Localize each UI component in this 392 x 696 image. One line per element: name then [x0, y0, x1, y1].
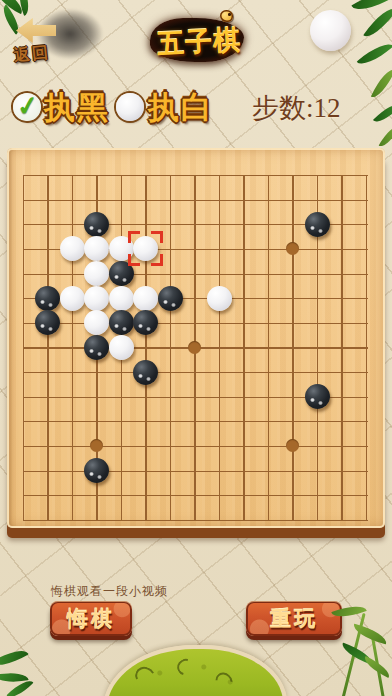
stone-black	[305, 384, 330, 409]
stone-black	[133, 310, 158, 335]
stone-white	[207, 286, 232, 311]
bamboo-icon	[371, 66, 392, 101]
replay-button-label: 重玩	[270, 605, 318, 633]
stone-white	[133, 286, 158, 311]
stone-white	[109, 335, 134, 360]
step-counter-value: 12	[314, 93, 341, 123]
decorative-white-stone	[310, 10, 351, 51]
stone-black	[133, 360, 158, 385]
undo-button-label: 悔棋	[67, 605, 115, 633]
stone-white	[84, 310, 109, 335]
stone-white	[84, 261, 109, 286]
stone-white	[60, 236, 85, 261]
last-move-marker	[128, 231, 163, 266]
undo-hint-text: 悔棋观看一段小视频	[51, 583, 168, 600]
play-white-label[interactable]: 执白	[148, 87, 214, 129]
gomoku-app: { "game": "Gomoku (五子棋 / Five in a Row),…	[0, 0, 392, 696]
calligraphy-mark	[133, 664, 158, 688]
star-point	[90, 439, 103, 452]
back-button-label: 返回	[13, 42, 51, 67]
stone-white	[84, 236, 109, 261]
star-point	[286, 439, 299, 452]
check-icon: ✓	[15, 90, 41, 124]
bamboo-icon	[363, 2, 392, 42]
page-title: 五子棋	[156, 22, 242, 62]
play-white-radio[interactable]	[116, 93, 144, 121]
chick-icon	[220, 10, 233, 22]
stone-white	[109, 286, 134, 311]
stone-black	[35, 310, 60, 335]
board-grid[interactable]	[23, 175, 368, 521]
step-counter: 步数:12	[252, 90, 341, 126]
play-black-radio[interactable]: ✓	[11, 91, 43, 123]
stone-white	[84, 286, 109, 311]
star-point	[188, 341, 201, 354]
back-button[interactable]: 返回	[8, 12, 106, 64]
stone-black	[109, 310, 134, 335]
replay-button[interactable]: 重玩	[246, 601, 342, 636]
star-point	[286, 242, 299, 255]
title-banner: 五子棋	[150, 14, 244, 64]
back-arrow-icon	[16, 18, 56, 43]
stone-black	[84, 335, 109, 360]
play-black-label[interactable]: 执黑	[44, 87, 110, 129]
bamboo-icon	[379, 123, 392, 150]
calligraphy-mark	[174, 656, 197, 678]
grass-mound	[103, 645, 287, 696]
bamboo-icon	[0, 644, 29, 672]
bamboo-icon	[373, 99, 392, 127]
step-counter-label: 步数:	[252, 93, 314, 123]
stone-black	[84, 458, 109, 483]
calligraphy-mark	[212, 669, 236, 693]
game-board	[7, 148, 385, 528]
stone-black	[84, 212, 109, 237]
stone-black	[158, 286, 183, 311]
stone-black	[35, 286, 60, 311]
stone-white	[60, 286, 85, 311]
bamboo-icon	[357, 37, 392, 71]
stone-black	[305, 212, 330, 237]
undo-button[interactable]: 悔棋	[50, 601, 132, 636]
